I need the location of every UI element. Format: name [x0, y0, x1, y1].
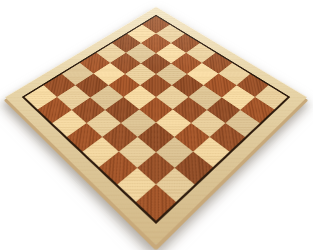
board-shadow	[0, 0, 313, 250]
board-grid	[24, 16, 287, 220]
photo-background	[0, 0, 313, 250]
board-frame	[5, 6, 308, 245]
chess-board	[5, 6, 308, 245]
